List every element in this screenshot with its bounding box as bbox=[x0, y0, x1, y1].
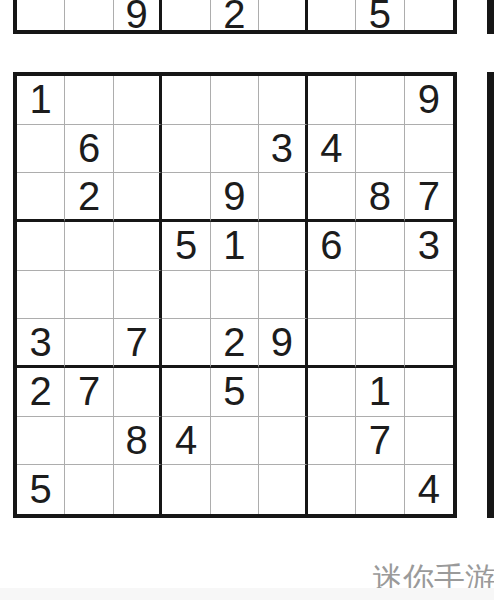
cell-r9c5[interactable] bbox=[211, 465, 259, 514]
cell-r3c7[interactable] bbox=[308, 173, 356, 222]
cell-r7c7[interactable] bbox=[308, 368, 356, 417]
cell-r4c2[interactable] bbox=[65, 222, 113, 271]
adjacent-grid-right-edge-top bbox=[487, 0, 494, 34]
cell-r3c5[interactable]: 9 bbox=[211, 173, 259, 222]
cell-r4c3[interactable] bbox=[114, 222, 162, 271]
cell-r7c5[interactable]: 5 bbox=[211, 368, 259, 417]
cell-r3c4[interactable] bbox=[162, 173, 210, 222]
cell-r6c5[interactable]: 2 bbox=[211, 319, 259, 368]
cell-r7c6[interactable] bbox=[259, 368, 307, 417]
cell-r5c9[interactable] bbox=[405, 271, 453, 320]
cell-r4c4[interactable]: 5 bbox=[162, 222, 210, 271]
cell-r2c1[interactable] bbox=[17, 125, 65, 174]
adjacent-cell-c9 bbox=[405, 0, 453, 30]
cell-r4c9[interactable]: 3 bbox=[405, 222, 453, 271]
cell-r8c9[interactable] bbox=[405, 417, 453, 466]
adjacent-cell-c6 bbox=[259, 0, 307, 30]
adjacent-cell-digit: 9 bbox=[114, 0, 159, 34]
cell-r2c8[interactable] bbox=[356, 125, 404, 174]
cell-r5c5[interactable] bbox=[211, 271, 259, 320]
cell-r2c6[interactable]: 3 bbox=[259, 125, 307, 174]
adjacent-cell-c7 bbox=[308, 0, 356, 30]
cell-r3c2[interactable]: 2 bbox=[65, 173, 113, 222]
cell-r3c8[interactable]: 8 bbox=[356, 173, 404, 222]
cell-r7c9[interactable] bbox=[405, 368, 453, 417]
cell-r6c3[interactable]: 7 bbox=[114, 319, 162, 368]
cell-r9c3[interactable] bbox=[114, 465, 162, 514]
cell-r1c6[interactable] bbox=[259, 76, 307, 125]
cell-r5c8[interactable] bbox=[356, 271, 404, 320]
adjacent-cell-digit: 2 bbox=[211, 0, 258, 34]
cell-r9c6[interactable] bbox=[259, 465, 307, 514]
cell-r8c3[interactable]: 8 bbox=[114, 417, 162, 466]
cell-r6c6[interactable]: 9 bbox=[259, 319, 307, 368]
cell-r9c7[interactable] bbox=[308, 465, 356, 514]
cell-r3c6[interactable] bbox=[259, 173, 307, 222]
cell-r2c9[interactable] bbox=[405, 125, 453, 174]
cell-r8c4[interactable]: 4 bbox=[162, 417, 210, 466]
cell-r5c4[interactable] bbox=[162, 271, 210, 320]
cell-r2c3[interactable] bbox=[114, 125, 162, 174]
cell-r2c2[interactable]: 6 bbox=[65, 125, 113, 174]
adjacent-cell-c8: 5 bbox=[356, 0, 404, 30]
cell-r5c7[interactable] bbox=[308, 271, 356, 320]
cell-r8c5[interactable] bbox=[211, 417, 259, 466]
cell-r8c2[interactable] bbox=[65, 417, 113, 466]
cell-r3c9[interactable]: 7 bbox=[405, 173, 453, 222]
adjacent-cell-c5: 2 bbox=[211, 0, 259, 30]
cell-r5c6[interactable] bbox=[259, 271, 307, 320]
cell-r7c2[interactable]: 7 bbox=[65, 368, 113, 417]
cell-r1c7[interactable] bbox=[308, 76, 356, 125]
cell-r7c3[interactable] bbox=[114, 368, 162, 417]
cell-r9c1[interactable]: 5 bbox=[17, 465, 65, 514]
adjacent-cell-c3: 9 bbox=[114, 0, 162, 30]
cell-r1c5[interactable] bbox=[211, 76, 259, 125]
adjacent-grid-bottom-row: 925 bbox=[13, 0, 457, 34]
cell-r1c2[interactable] bbox=[65, 76, 113, 125]
cell-r8c6[interactable] bbox=[259, 417, 307, 466]
cell-r6c8[interactable] bbox=[356, 319, 404, 368]
cell-r5c2[interactable] bbox=[65, 271, 113, 320]
cell-r3c3[interactable] bbox=[114, 173, 162, 222]
adjacent-cell-c2 bbox=[65, 0, 113, 30]
sudoku-grid: 19634298751633729275184754 bbox=[13, 72, 457, 518]
adjacent-cell-digit: 5 bbox=[356, 0, 403, 34]
cell-r2c5[interactable] bbox=[211, 125, 259, 174]
cell-r7c4[interactable] bbox=[162, 368, 210, 417]
bottom-strip bbox=[0, 588, 494, 600]
adjacent-grid-right-edge-main bbox=[487, 72, 494, 518]
cell-r8c7[interactable] bbox=[308, 417, 356, 466]
cell-r6c7[interactable] bbox=[308, 319, 356, 368]
cell-r9c9[interactable]: 4 bbox=[405, 465, 453, 514]
cell-r8c8[interactable]: 7 bbox=[356, 417, 404, 466]
cell-r1c4[interactable] bbox=[162, 76, 210, 125]
cell-r1c9[interactable]: 9 bbox=[405, 76, 453, 125]
cell-r5c3[interactable] bbox=[114, 271, 162, 320]
adjacent-grid-top-partial: 925 bbox=[13, 0, 457, 34]
cell-r7c8[interactable]: 1 bbox=[356, 368, 404, 417]
cell-r4c8[interactable] bbox=[356, 222, 404, 271]
cell-r7c1[interactable]: 2 bbox=[17, 368, 65, 417]
cell-r4c1[interactable] bbox=[17, 222, 65, 271]
cell-r5c1[interactable] bbox=[17, 271, 65, 320]
cell-r1c8[interactable] bbox=[356, 76, 404, 125]
cell-r3c1[interactable] bbox=[17, 173, 65, 222]
cell-r6c4[interactable] bbox=[162, 319, 210, 368]
cell-r2c4[interactable] bbox=[162, 125, 210, 174]
cell-r1c1[interactable]: 1 bbox=[17, 76, 65, 125]
cell-r1c3[interactable] bbox=[114, 76, 162, 125]
cell-r9c2[interactable] bbox=[65, 465, 113, 514]
cell-r9c4[interactable] bbox=[162, 465, 210, 514]
cell-r4c5[interactable]: 1 bbox=[211, 222, 259, 271]
cell-r4c6[interactable] bbox=[259, 222, 307, 271]
cell-r8c1[interactable] bbox=[17, 417, 65, 466]
cell-r6c9[interactable] bbox=[405, 319, 453, 368]
adjacent-cell-c1 bbox=[17, 0, 65, 30]
cell-r6c2[interactable] bbox=[65, 319, 113, 368]
cell-r2c7[interactable]: 4 bbox=[308, 125, 356, 174]
cell-r6c1[interactable]: 3 bbox=[17, 319, 65, 368]
cell-r9c8[interactable] bbox=[356, 465, 404, 514]
adjacent-cell-c4 bbox=[162, 0, 210, 30]
cell-r4c7[interactable]: 6 bbox=[308, 222, 356, 271]
